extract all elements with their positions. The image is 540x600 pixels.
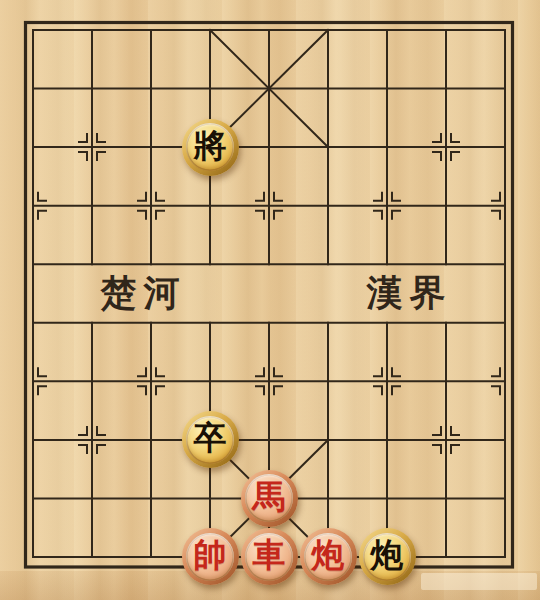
- point-c5-r2[interactable]: [299, 118, 358, 177]
- point-c5-r7[interactable]: [299, 411, 358, 470]
- point-c8-r8[interactable]: [476, 469, 535, 528]
- red-general[interactable]: 帥: [182, 528, 239, 585]
- point-c2-r7[interactable]: [122, 411, 181, 470]
- point-c8-r0[interactable]: [476, 1, 535, 60]
- point-c8-r4[interactable]: [476, 235, 535, 294]
- point-c1-r1[interactable]: [63, 59, 122, 118]
- point-c6-r1[interactable]: [358, 59, 417, 118]
- point-c2-r6[interactable]: [122, 352, 181, 411]
- point-c3-r8[interactable]: [181, 469, 240, 528]
- point-c8-r1[interactable]: [476, 59, 535, 118]
- point-c1-r3[interactable]: [63, 176, 122, 235]
- point-c6-r6[interactable]: [358, 352, 417, 411]
- point-c6-r0[interactable]: [358, 1, 417, 60]
- point-c8-r7[interactable]: [476, 411, 535, 470]
- point-c4-r4[interactable]: [240, 235, 299, 294]
- point-c8-r2[interactable]: [476, 118, 535, 177]
- point-c1-r7[interactable]: [63, 411, 122, 470]
- xiangqi-app: 楚河 漢界 將卒馬帥車炮炮: [0, 0, 540, 600]
- point-c4-r6[interactable]: [240, 352, 299, 411]
- black-cannon-glyph: 炮: [371, 539, 404, 572]
- point-c3-r5[interactable]: [181, 293, 240, 352]
- point-c0-r8[interactable]: [4, 469, 63, 528]
- point-c3-r6[interactable]: [181, 352, 240, 411]
- point-c0-r4[interactable]: [4, 235, 63, 294]
- point-c5-r0[interactable]: [299, 1, 358, 60]
- point-c5-r5[interactable]: [299, 293, 358, 352]
- point-c6-r3[interactable]: [358, 176, 417, 235]
- red-cannon[interactable]: 炮: [300, 528, 357, 585]
- point-c4-r0[interactable]: [240, 1, 299, 60]
- red-general-glyph: 帥: [194, 539, 227, 572]
- point-c3-r2[interactable]: 將: [181, 118, 240, 177]
- point-c1-r6[interactable]: [63, 352, 122, 411]
- point-c8-r3[interactable]: [476, 176, 535, 235]
- point-c2-r2[interactable]: [122, 118, 181, 177]
- point-c0-r2[interactable]: [4, 118, 63, 177]
- point-c1-r5[interactable]: [63, 293, 122, 352]
- red-chariot[interactable]: 車: [241, 528, 298, 585]
- point-c0-r6[interactable]: [4, 352, 63, 411]
- black-cannon[interactable]: 炮: [359, 528, 416, 585]
- point-c5-r6[interactable]: [299, 352, 358, 411]
- point-c7-r7[interactable]: [417, 411, 476, 470]
- point-c3-r0[interactable]: [181, 1, 240, 60]
- point-c5-r3[interactable]: [299, 176, 358, 235]
- point-c7-r0[interactable]: [417, 1, 476, 60]
- point-c0-r1[interactable]: [4, 59, 63, 118]
- point-c6-r7[interactable]: [358, 411, 417, 470]
- point-c2-r0[interactable]: [122, 1, 181, 60]
- point-c4-r1[interactable]: [240, 59, 299, 118]
- point-c8-r5[interactable]: [476, 293, 535, 352]
- point-c8-r6[interactable]: [476, 352, 535, 411]
- black-soldier-glyph: 卒: [194, 422, 227, 455]
- point-c2-r5[interactable]: [122, 293, 181, 352]
- xiangqi-board-grid: 將卒馬帥車炮炮: [4, 1, 535, 587]
- point-c4-r5[interactable]: [240, 293, 299, 352]
- black-general-glyph: 將: [194, 130, 227, 163]
- point-c7-r2[interactable]: [417, 118, 476, 177]
- point-c1-r4[interactable]: [63, 235, 122, 294]
- point-c2-r8[interactable]: [122, 469, 181, 528]
- point-c4-r8[interactable]: 馬: [240, 469, 299, 528]
- point-c4-r7[interactable]: [240, 411, 299, 470]
- point-c1-r2[interactable]: [63, 118, 122, 177]
- black-general[interactable]: 將: [182, 119, 239, 176]
- point-c7-r3[interactable]: [417, 176, 476, 235]
- point-c0-r3[interactable]: [4, 176, 63, 235]
- point-c7-r6[interactable]: [417, 352, 476, 411]
- watermark-band: [421, 573, 537, 590]
- point-c6-r8[interactable]: [358, 469, 417, 528]
- point-c7-r4[interactable]: [417, 235, 476, 294]
- point-c0-r0[interactable]: [4, 1, 63, 60]
- point-c2-r1[interactable]: [122, 59, 181, 118]
- point-c5-r4[interactable]: [299, 235, 358, 294]
- point-c1-r0[interactable]: [63, 1, 122, 60]
- point-c6-r2[interactable]: [358, 118, 417, 177]
- point-c4-r2[interactable]: [240, 118, 299, 177]
- red-horse-glyph: 馬: [253, 481, 286, 514]
- point-c2-r4[interactable]: [122, 235, 181, 294]
- point-c3-r1[interactable]: [181, 59, 240, 118]
- point-c7-r5[interactable]: [417, 293, 476, 352]
- point-c3-r4[interactable]: [181, 235, 240, 294]
- red-cannon-glyph: 炮: [312, 539, 345, 572]
- red-chariot-glyph: 車: [253, 539, 286, 572]
- point-c0-r7[interactable]: [4, 411, 63, 470]
- point-c2-r3[interactable]: [122, 176, 181, 235]
- point-c6-r5[interactable]: [358, 293, 417, 352]
- point-c3-r3[interactable]: [181, 176, 240, 235]
- point-c4-r3[interactable]: [240, 176, 299, 235]
- point-c6-r4[interactable]: [358, 235, 417, 294]
- point-c7-r1[interactable]: [417, 59, 476, 118]
- black-soldier[interactable]: 卒: [182, 411, 239, 468]
- point-c3-r7[interactable]: 卒: [181, 411, 240, 470]
- red-horse[interactable]: 馬: [241, 470, 298, 527]
- point-c7-r8[interactable]: [417, 469, 476, 528]
- point-c0-r5[interactable]: [4, 293, 63, 352]
- point-c1-r8[interactable]: [63, 469, 122, 528]
- point-c5-r1[interactable]: [299, 59, 358, 118]
- point-c5-r8[interactable]: [299, 469, 358, 528]
